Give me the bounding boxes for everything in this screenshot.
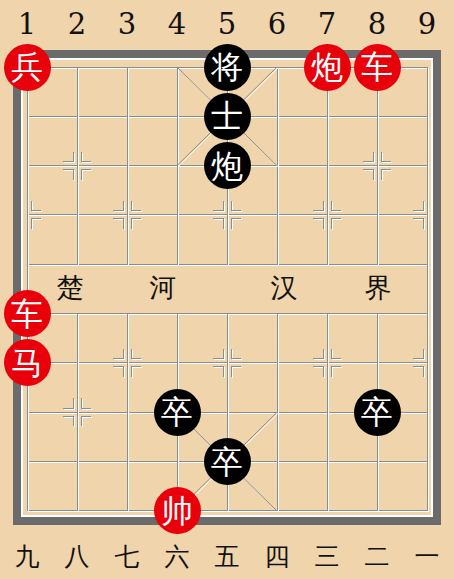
bottom-coordinate-9: 一: [415, 540, 440, 573]
top-coordinate-7: 7: [318, 7, 336, 41]
piece-red-cannon[interactable]: 炮: [304, 44, 351, 91]
piece-black-cannon[interactable]: 炮: [204, 142, 251, 189]
piece-black-soldier-2[interactable]: 卒: [354, 389, 401, 436]
top-coordinate-3: 3: [118, 7, 136, 41]
river-label-1: 楚: [57, 270, 84, 306]
top-coordinate-4: 4: [168, 7, 186, 41]
bottom-coordinate-3: 七: [115, 540, 140, 573]
piece-black-general[interactable]: 将: [204, 44, 251, 91]
bottom-coordinate-7: 三: [315, 540, 340, 573]
top-coordinate-5: 5: [218, 7, 236, 41]
top-coordinate-9: 9: [418, 7, 436, 41]
river-label-4: 界: [365, 270, 392, 306]
bottom-coordinate-2: 八: [65, 540, 90, 573]
river-label-2: 河: [150, 270, 177, 306]
piece-red-soldier[interactable]: 兵: [4, 44, 51, 91]
bottom-coordinate-8: 二: [365, 540, 390, 573]
piece-black-advisor[interactable]: 士: [204, 93, 251, 140]
piece-black-soldier-1[interactable]: 卒: [154, 389, 201, 436]
top-coordinate-1: 1: [18, 7, 36, 41]
bottom-coordinate-1: 九: [15, 540, 40, 573]
piece-black-soldier-3[interactable]: 卒: [204, 438, 251, 485]
piece-red-chariot-1[interactable]: 车: [354, 44, 401, 91]
top-coordinate-6: 6: [268, 7, 286, 41]
piece-red-horse[interactable]: 马: [4, 339, 51, 386]
top-coordinate-2: 2: [68, 7, 86, 41]
bottom-coordinate-5: 五: [215, 540, 240, 573]
top-coordinate-8: 8: [368, 7, 386, 41]
river-label-3: 汉: [271, 270, 298, 306]
piece-red-chariot-2[interactable]: 车: [4, 290, 51, 337]
bottom-coordinate-4: 六: [165, 540, 190, 573]
piece-red-general[interactable]: 帅: [154, 487, 201, 534]
bottom-coordinate-6: 四: [265, 540, 290, 573]
